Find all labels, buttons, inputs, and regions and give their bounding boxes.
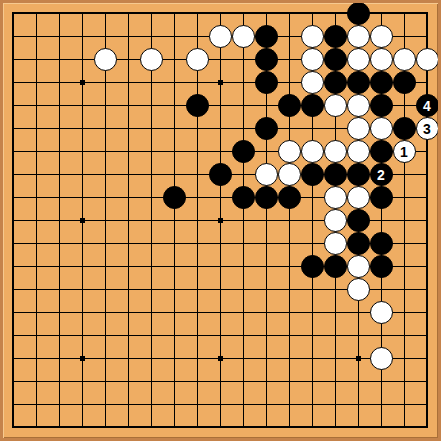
intersection-5-7[interactable] [94,140,117,163]
black-stone[interactable] [370,255,393,278]
intersection-8-9[interactable] [163,186,186,209]
black-stone[interactable] [255,48,278,71]
intersection-17-6[interactable] [370,117,393,140]
intersection-4-14[interactable] [71,301,94,324]
intersection-7-8[interactable] [140,163,163,186]
intersection-19-13[interactable] [416,278,439,301]
intersection-16-6[interactable] [347,117,370,140]
intersection-13-19[interactable] [278,416,301,439]
intersection-3-4[interactable] [48,71,71,94]
intersection-12-3[interactable] [255,48,278,71]
intersection-1-1[interactable] [2,2,25,25]
intersection-4-7[interactable] [71,140,94,163]
intersection-15-19[interactable] [324,416,347,439]
intersection-13-9[interactable] [278,186,301,209]
white-stone[interactable] [209,25,232,48]
black-stone[interactable] [255,71,278,94]
black-stone[interactable] [324,25,347,48]
intersection-7-1[interactable] [140,2,163,25]
intersection-11-13[interactable] [232,278,255,301]
black-stone[interactable] [324,163,347,186]
intersection-17-13[interactable] [370,278,393,301]
intersection-4-13[interactable] [71,278,94,301]
intersection-7-10[interactable] [140,209,163,232]
intersection-12-12[interactable] [255,255,278,278]
intersection-12-13[interactable] [255,278,278,301]
white-stone[interactable] [186,48,209,71]
intersection-5-18[interactable] [94,393,117,416]
intersection-16-13[interactable] [347,278,370,301]
intersection-19-10[interactable] [416,209,439,232]
intersection-9-15[interactable] [186,324,209,347]
intersection-15-7[interactable] [324,140,347,163]
intersection-19-6[interactable]: 3 [416,117,439,140]
intersection-8-5[interactable] [163,94,186,117]
white-stone[interactable] [347,48,370,71]
intersection-6-17[interactable] [117,370,140,393]
intersection-6-10[interactable] [117,209,140,232]
white-stone[interactable] [94,48,117,71]
intersection-5-10[interactable] [94,209,117,232]
intersection-8-18[interactable] [163,393,186,416]
black-stone[interactable] [347,209,370,232]
black-stone[interactable] [278,186,301,209]
intersection-3-15[interactable] [48,324,71,347]
intersection-16-7[interactable] [347,140,370,163]
intersection-6-15[interactable] [117,324,140,347]
intersection-2-10[interactable] [25,209,48,232]
intersection-15-13[interactable] [324,278,347,301]
intersection-3-14[interactable] [48,301,71,324]
intersection-4-8[interactable] [71,163,94,186]
intersection-17-5[interactable] [370,94,393,117]
move-2-black-stone[interactable]: 2 [370,163,393,186]
intersection-18-19[interactable] [393,416,416,439]
intersection-6-8[interactable] [117,163,140,186]
intersection-10-14[interactable] [209,301,232,324]
black-stone[interactable] [278,94,301,117]
intersection-18-3[interactable] [393,48,416,71]
intersection-4-17[interactable] [71,370,94,393]
black-stone[interactable] [370,94,393,117]
intersection-11-2[interactable] [232,25,255,48]
intersection-13-8[interactable] [278,163,301,186]
intersection-16-9[interactable] [347,186,370,209]
intersection-8-3[interactable] [163,48,186,71]
intersection-6-18[interactable] [117,393,140,416]
intersection-3-17[interactable] [48,370,71,393]
intersection-7-16[interactable] [140,347,163,370]
intersection-16-3[interactable] [347,48,370,71]
intersection-10-13[interactable] [209,278,232,301]
intersection-7-12[interactable] [140,255,163,278]
intersection-12-10[interactable] [255,209,278,232]
intersection-5-17[interactable] [94,370,117,393]
intersection-18-6[interactable] [393,117,416,140]
intersection-1-14[interactable] [2,301,25,324]
intersection-9-4[interactable] [186,71,209,94]
intersection-1-17[interactable] [2,370,25,393]
intersection-19-11[interactable] [416,232,439,255]
intersection-4-5[interactable] [71,94,94,117]
intersection-1-12[interactable] [2,255,25,278]
intersection-3-11[interactable] [48,232,71,255]
intersection-2-6[interactable] [25,117,48,140]
intersection-6-12[interactable] [117,255,140,278]
intersection-8-7[interactable] [163,140,186,163]
intersection-14-18[interactable] [301,393,324,416]
intersection-19-17[interactable] [416,370,439,393]
intersection-1-7[interactable] [2,140,25,163]
intersection-15-3[interactable] [324,48,347,71]
intersection-10-9[interactable] [209,186,232,209]
white-stone[interactable] [347,94,370,117]
intersection-11-3[interactable] [232,48,255,71]
intersection-17-15[interactable] [370,324,393,347]
intersection-18-14[interactable] [393,301,416,324]
intersection-19-18[interactable] [416,393,439,416]
intersection-7-18[interactable] [140,393,163,416]
intersection-10-18[interactable] [209,393,232,416]
intersection-12-2[interactable] [255,25,278,48]
intersection-3-13[interactable] [48,278,71,301]
intersection-11-14[interactable] [232,301,255,324]
intersection-2-19[interactable] [25,416,48,439]
intersection-9-1[interactable] [186,2,209,25]
intersection-13-10[interactable] [278,209,301,232]
intersection-9-6[interactable] [186,117,209,140]
intersection-12-16[interactable] [255,347,278,370]
intersection-19-14[interactable] [416,301,439,324]
white-stone[interactable] [347,140,370,163]
intersection-1-15[interactable] [2,324,25,347]
intersection-16-12[interactable] [347,255,370,278]
intersection-14-12[interactable] [301,255,324,278]
intersection-3-19[interactable] [48,416,71,439]
intersection-12-6[interactable] [255,117,278,140]
intersection-18-4[interactable] [393,71,416,94]
intersection-19-1[interactable] [416,2,439,25]
intersection-16-8[interactable] [347,163,370,186]
intersection-5-8[interactable] [94,163,117,186]
intersection-9-2[interactable] [186,25,209,48]
intersection-11-17[interactable] [232,370,255,393]
black-stone[interactable] [324,48,347,71]
intersection-13-6[interactable] [278,117,301,140]
intersection-13-7[interactable] [278,140,301,163]
intersection-16-2[interactable] [347,25,370,48]
intersection-11-19[interactable] [232,416,255,439]
intersection-16-1[interactable] [347,2,370,25]
intersection-2-2[interactable] [25,25,48,48]
black-stone[interactable] [163,186,186,209]
intersection-15-15[interactable] [324,324,347,347]
intersection-7-9[interactable] [140,186,163,209]
intersection-14-13[interactable] [301,278,324,301]
black-stone[interactable] [370,186,393,209]
white-stone[interactable] [301,48,324,71]
intersection-7-7[interactable] [140,140,163,163]
intersection-11-9[interactable] [232,186,255,209]
intersection-5-5[interactable] [94,94,117,117]
intersection-11-4[interactable] [232,71,255,94]
move-1-white-stone[interactable]: 1 [393,140,416,163]
intersection-16-4[interactable] [347,71,370,94]
intersection-1-4[interactable] [2,71,25,94]
black-stone[interactable] [186,94,209,117]
intersection-19-15[interactable] [416,324,439,347]
intersection-8-6[interactable] [163,117,186,140]
intersection-17-1[interactable] [370,2,393,25]
intersection-10-5[interactable] [209,94,232,117]
white-stone[interactable] [347,117,370,140]
intersection-9-3[interactable] [186,48,209,71]
white-stone[interactable] [324,232,347,255]
intersection-14-10[interactable] [301,209,324,232]
intersection-1-13[interactable] [2,278,25,301]
intersection-8-14[interactable] [163,301,186,324]
white-stone[interactable] [370,25,393,48]
intersection-7-3[interactable] [140,48,163,71]
intersection-9-17[interactable] [186,370,209,393]
intersection-3-18[interactable] [48,393,71,416]
intersection-18-7[interactable]: 1 [393,140,416,163]
intersection-12-18[interactable] [255,393,278,416]
intersection-16-5[interactable] [347,94,370,117]
intersection-11-8[interactable] [232,163,255,186]
intersection-9-9[interactable] [186,186,209,209]
intersection-17-10[interactable] [370,209,393,232]
intersection-10-2[interactable] [209,25,232,48]
intersection-2-18[interactable] [25,393,48,416]
black-stone[interactable] [393,117,416,140]
intersection-18-2[interactable] [393,25,416,48]
intersection-15-2[interactable] [324,25,347,48]
black-stone[interactable] [370,140,393,163]
intersection-13-16[interactable] [278,347,301,370]
intersection-12-17[interactable] [255,370,278,393]
intersection-4-2[interactable] [71,25,94,48]
intersection-12-1[interactable] [255,2,278,25]
intersection-3-5[interactable] [48,94,71,117]
white-stone[interactable] [301,25,324,48]
intersection-4-18[interactable] [71,393,94,416]
intersection-12-11[interactable] [255,232,278,255]
intersection-3-1[interactable] [48,2,71,25]
intersection-11-11[interactable] [232,232,255,255]
intersection-2-14[interactable] [25,301,48,324]
intersection-19-2[interactable] [416,25,439,48]
intersection-9-18[interactable] [186,393,209,416]
intersection-5-3[interactable] [94,48,117,71]
intersection-1-6[interactable] [2,117,25,140]
intersection-14-7[interactable] [301,140,324,163]
intersection-14-17[interactable] [301,370,324,393]
intersection-9-7[interactable] [186,140,209,163]
intersection-14-19[interactable] [301,416,324,439]
intersection-14-14[interactable] [301,301,324,324]
black-stone[interactable] [232,140,255,163]
intersection-11-16[interactable] [232,347,255,370]
intersection-7-19[interactable] [140,416,163,439]
intersection-15-5[interactable] [324,94,347,117]
intersection-5-6[interactable] [94,117,117,140]
move-4-black-stone[interactable]: 4 [416,94,439,117]
intersection-19-3[interactable] [416,48,439,71]
intersection-1-16[interactable] [2,347,25,370]
intersection-15-16[interactable] [324,347,347,370]
intersection-1-8[interactable] [2,163,25,186]
intersection-8-17[interactable] [163,370,186,393]
intersection-19-19[interactable] [416,416,439,439]
intersection-1-3[interactable] [2,48,25,71]
black-stone[interactable] [232,186,255,209]
intersection-7-6[interactable] [140,117,163,140]
black-stone[interactable] [209,163,232,186]
intersection-8-4[interactable] [163,71,186,94]
intersection-10-1[interactable] [209,2,232,25]
intersection-14-1[interactable] [301,2,324,25]
intersection-16-14[interactable] [347,301,370,324]
intersection-13-13[interactable] [278,278,301,301]
black-stone[interactable] [301,94,324,117]
intersection-11-15[interactable] [232,324,255,347]
black-stone[interactable] [393,71,416,94]
intersection-18-1[interactable] [393,2,416,25]
white-stone[interactable] [301,140,324,163]
white-stone[interactable] [370,48,393,71]
intersection-3-12[interactable] [48,255,71,278]
intersection-17-2[interactable] [370,25,393,48]
intersection-12-14[interactable] [255,301,278,324]
intersection-8-16[interactable] [163,347,186,370]
intersection-17-14[interactable] [370,301,393,324]
intersection-5-9[interactable] [94,186,117,209]
intersection-4-9[interactable] [71,186,94,209]
intersection-17-8[interactable]: 2 [370,163,393,186]
intersection-7-15[interactable] [140,324,163,347]
white-stone[interactable] [301,71,324,94]
intersection-4-1[interactable] [71,2,94,25]
intersection-2-17[interactable] [25,370,48,393]
intersection-6-1[interactable] [117,2,140,25]
intersection-2-7[interactable] [25,140,48,163]
intersection-8-11[interactable] [163,232,186,255]
intersection-18-13[interactable] [393,278,416,301]
intersection-9-8[interactable] [186,163,209,186]
black-stone[interactable] [301,255,324,278]
intersection-18-11[interactable] [393,232,416,255]
intersection-7-14[interactable] [140,301,163,324]
intersection-17-19[interactable] [370,416,393,439]
intersection-12-19[interactable] [255,416,278,439]
intersection-8-15[interactable] [163,324,186,347]
intersection-5-19[interactable] [94,416,117,439]
intersection-3-9[interactable] [48,186,71,209]
intersection-13-15[interactable] [278,324,301,347]
intersection-15-6[interactable] [324,117,347,140]
intersection-17-9[interactable] [370,186,393,209]
intersection-4-19[interactable] [71,416,94,439]
intersection-12-5[interactable] [255,94,278,117]
intersection-14-3[interactable] [301,48,324,71]
white-stone[interactable] [324,140,347,163]
intersection-14-15[interactable] [301,324,324,347]
intersection-15-11[interactable] [324,232,347,255]
intersection-8-1[interactable] [163,2,186,25]
intersection-5-16[interactable] [94,347,117,370]
intersection-18-9[interactable] [393,186,416,209]
intersection-6-3[interactable] [117,48,140,71]
intersection-7-2[interactable] [140,25,163,48]
intersection-19-9[interactable] [416,186,439,209]
intersection-11-7[interactable] [232,140,255,163]
intersection-15-4[interactable] [324,71,347,94]
intersection-8-19[interactable] [163,416,186,439]
black-stone[interactable] [324,71,347,94]
intersection-2-8[interactable] [25,163,48,186]
black-stone[interactable] [255,25,278,48]
intersection-1-19[interactable] [2,416,25,439]
intersection-6-11[interactable] [117,232,140,255]
intersection-2-1[interactable] [25,2,48,25]
intersection-1-9[interactable] [2,186,25,209]
intersection-3-16[interactable] [48,347,71,370]
black-stone[interactable] [347,232,370,255]
intersection-15-17[interactable] [324,370,347,393]
intersection-13-14[interactable] [278,301,301,324]
intersection-2-13[interactable] [25,278,48,301]
intersection-8-2[interactable] [163,25,186,48]
intersection-11-10[interactable] [232,209,255,232]
intersection-18-8[interactable] [393,163,416,186]
white-stone[interactable] [324,209,347,232]
intersection-9-11[interactable] [186,232,209,255]
intersection-13-1[interactable] [278,2,301,25]
intersection-6-6[interactable] [117,117,140,140]
intersection-1-2[interactable] [2,25,25,48]
intersection-13-18[interactable] [278,393,301,416]
intersection-2-9[interactable] [25,186,48,209]
intersection-4-15[interactable] [71,324,94,347]
intersection-17-11[interactable] [370,232,393,255]
intersection-12-7[interactable] [255,140,278,163]
intersection-5-15[interactable] [94,324,117,347]
white-stone[interactable] [416,48,439,71]
intersection-16-15[interactable] [347,324,370,347]
intersection-12-15[interactable] [255,324,278,347]
black-stone[interactable] [301,163,324,186]
intersection-9-16[interactable] [186,347,209,370]
intersection-11-5[interactable] [232,94,255,117]
intersection-1-10[interactable] [2,209,25,232]
white-stone[interactable] [347,255,370,278]
intersection-6-19[interactable] [117,416,140,439]
intersection-5-12[interactable] [94,255,117,278]
intersection-19-16[interactable] [416,347,439,370]
intersection-17-17[interactable] [370,370,393,393]
intersection-14-6[interactable] [301,117,324,140]
intersection-6-16[interactable] [117,347,140,370]
intersection-12-4[interactable] [255,71,278,94]
intersection-3-10[interactable] [48,209,71,232]
intersection-4-11[interactable] [71,232,94,255]
intersection-5-13[interactable] [94,278,117,301]
intersection-3-6[interactable] [48,117,71,140]
intersection-15-9[interactable] [324,186,347,209]
intersection-3-8[interactable] [48,163,71,186]
intersection-7-5[interactable] [140,94,163,117]
